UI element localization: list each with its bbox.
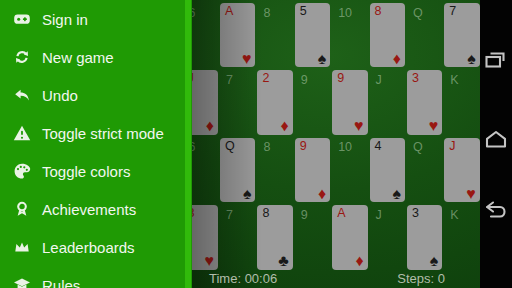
palette-icon (13, 162, 31, 180)
menu-item-rules[interactable]: Rules (0, 266, 192, 288)
card-8♦[interactable]: 8♦ (369, 2, 406, 69)
menu-label: Achievements (42, 201, 136, 218)
crown-icon (13, 238, 31, 256)
ribbon-medal-icon (13, 200, 31, 218)
gamepad-icon (13, 10, 31, 28)
menu-label: Sign in (42, 11, 88, 28)
menu-item-undo[interactable]: Undo (0, 76, 192, 114)
card-grid: 6A♥85♠108♦Q7♠J♦72♦99♥J3♥K6Q♠89♦104♠QJ♥8♥… (182, 2, 481, 272)
menu-item-toggle-strict-mode[interactable]: Toggle strict mode (0, 114, 192, 152)
app-screen: 6A♥85♠108♦Q7♠J♦72♦99♥J3♥K6Q♠89♦104♠QJ♥8♥… (0, 0, 512, 288)
card-5♠[interactable]: 5♠ (294, 2, 331, 69)
card-J♥[interactable]: J♥ (443, 136, 480, 203)
empty-slot-K[interactable]: K (443, 69, 480, 136)
menu-label: Rules (42, 277, 80, 288)
empty-slot-10[interactable]: 10 (331, 136, 368, 203)
card-A♦[interactable]: A♦ (331, 204, 368, 271)
refresh-icon (13, 48, 31, 66)
empty-slot-Q[interactable]: Q (406, 2, 443, 69)
empty-slot-8[interactable]: 8 (256, 136, 293, 203)
card-Q♠[interactable]: Q♠ (219, 136, 256, 203)
empty-slot-9[interactable]: 9 (294, 204, 331, 271)
empty-slot-7[interactable]: 7 (219, 69, 256, 136)
menu-item-sign-in[interactable]: Sign in (0, 0, 192, 38)
empty-slot-J[interactable]: J (369, 204, 406, 271)
recent-apps-button[interactable] (483, 48, 510, 75)
empty-slot-10[interactable]: 10 (331, 2, 368, 69)
menu-label: Leaderboards (42, 239, 135, 256)
card-7♠[interactable]: 7♠ (443, 2, 480, 69)
book-school-icon (13, 276, 31, 288)
back-button[interactable] (483, 197, 510, 224)
menu-label: Toggle strict mode (42, 125, 164, 142)
steps-counter: Steps: 0 (397, 271, 445, 286)
time-counter: Time: 00:06 (209, 271, 277, 286)
card-3♥[interactable]: 3♥ (406, 69, 443, 136)
menu-item-toggle-colors[interactable]: Toggle colors (0, 152, 192, 190)
card-4♠[interactable]: 4♠ (369, 136, 406, 203)
card-3♠[interactable]: 3♠ (406, 204, 443, 271)
empty-slot-7[interactable]: 7 (219, 204, 256, 271)
android-nav-bar (480, 0, 512, 288)
card-9♦[interactable]: 9♦ (294, 136, 331, 203)
empty-slot-8[interactable]: 8 (256, 2, 293, 69)
menu-item-achievements[interactable]: Achievements (0, 190, 192, 228)
card-9♥[interactable]: 9♥ (331, 69, 368, 136)
drawer-edge-highlight (185, 0, 191, 288)
undo-arrow-icon (13, 86, 31, 104)
menu-label: Undo (42, 87, 78, 104)
warning-triangle-icon (13, 124, 31, 142)
menu-item-new-game[interactable]: New game (0, 38, 192, 76)
card-2♦[interactable]: 2♦ (256, 69, 293, 136)
empty-slot-Q[interactable]: Q (406, 136, 443, 203)
menu-label: New game (42, 49, 114, 66)
navigation-drawer: Sign in New game Undo Toggle strict mo (0, 0, 192, 288)
empty-slot-J[interactable]: J (369, 69, 406, 136)
home-button[interactable] (483, 126, 510, 153)
menu-item-leaderboards[interactable]: Leaderboards (0, 228, 192, 266)
empty-slot-9[interactable]: 9 (294, 69, 331, 136)
empty-slot-K[interactable]: K (443, 204, 480, 271)
card-A♥[interactable]: A♥ (219, 2, 256, 69)
menu-label: Toggle colors (42, 163, 130, 180)
card-8♣[interactable]: 8♣ (256, 204, 293, 271)
